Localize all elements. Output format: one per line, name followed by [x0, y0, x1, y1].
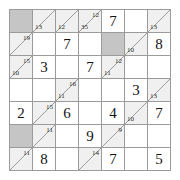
cell-r5c1-digit[interactable]: 2 [10, 102, 32, 124]
cell-r4c2-empty[interactable] [33, 79, 55, 101]
cell-r3c2-digit[interactable]: 3 [33, 56, 55, 78]
down-clue-number: 13 [150, 92, 157, 100]
down-clue-number: 13 [150, 23, 157, 31]
cell-r4c3-clue: 1611 [56, 79, 78, 101]
cell-r2c6-clue: 10 [125, 33, 147, 55]
across-clue-number: 9 [119, 126, 123, 134]
cell-digit: 5 [148, 148, 170, 170]
cell-r1c6-empty[interactable] [125, 10, 147, 32]
cell-r1c3-clue: 12 [56, 10, 78, 32]
cell-r6c1-block [10, 125, 32, 147]
across-clue-number: 11 [46, 126, 53, 134]
cell-r7c1-clue: 11 [10, 148, 32, 170]
cell-r3c1-clue: 1510 [10, 56, 32, 78]
down-clue-number: 10 [127, 115, 134, 123]
cell-r3c7-empty[interactable] [148, 56, 170, 78]
cell-digit: 9 [79, 125, 101, 147]
cell-r1c4-clue: 1235 [79, 10, 101, 32]
cell-r7c7-digit[interactable]: 5 [148, 148, 170, 170]
cell-r5c5-digit[interactable]: 4 [102, 102, 124, 124]
cell-digit: 3 [125, 79, 147, 101]
down-clue-number: 35 [81, 23, 88, 31]
cell-r6c5-clue: 9 [102, 125, 124, 147]
cell-r2c5-block [102, 33, 124, 55]
cell-r2c4-empty[interactable] [79, 33, 101, 55]
down-clue-number: 10 [127, 46, 134, 54]
cell-r1c1-block [10, 10, 32, 32]
cell-r4c1-empty[interactable] [10, 79, 32, 101]
cell-r2c7-digit[interactable]: 8 [148, 33, 170, 55]
cell-r5c4-empty[interactable] [79, 102, 101, 124]
cell-r4c7-clue: 13 [148, 79, 170, 101]
across-clue-number: 12 [92, 11, 99, 19]
cell-digit: 7 [148, 102, 170, 124]
cell-digit: 8 [33, 148, 55, 170]
cell-r7c6-empty[interactable] [125, 148, 147, 170]
across-clue-number: 19 [23, 34, 30, 42]
cell-r4c4-empty[interactable] [79, 79, 101, 101]
down-clue-number: 11 [104, 69, 111, 77]
cell-r1c2-clue: 13 [33, 10, 55, 32]
cell-r2c3-digit[interactable]: 7 [56, 33, 78, 55]
across-clue-number: 14 [92, 149, 99, 157]
cell-digit: 2 [10, 102, 32, 124]
down-clue-number: 12 [58, 23, 65, 31]
cell-r1c7-clue: 13 [148, 10, 170, 32]
across-clue-number: 15 [23, 57, 30, 65]
cell-r5c3-digit[interactable]: 6 [56, 102, 78, 124]
cell-digit: 7 [102, 10, 124, 32]
down-clue-number: 11 [58, 92, 65, 100]
cell-r3c6-empty[interactable] [125, 56, 147, 78]
cell-r1c5-digit[interactable]: 7 [102, 10, 124, 32]
cell-r4c6-digit[interactable]: 3 [125, 79, 147, 101]
cell-r5c7-digit[interactable]: 7 [148, 102, 170, 124]
down-clue-number: 10 [12, 69, 19, 77]
kakuro-board: 1312123571319710815103712111611313215641… [9, 9, 171, 171]
cell-r6c7-empty[interactable] [148, 125, 170, 147]
cell-r6c6-empty[interactable] [125, 125, 147, 147]
cell-r4c5-empty[interactable] [102, 79, 124, 101]
cell-digit: 8 [148, 33, 170, 55]
cell-digit: 7 [56, 33, 78, 55]
cell-r7c3-empty[interactable] [56, 148, 78, 170]
cell-r5c2-clue: 15 [33, 102, 55, 124]
cell-r7c5-digit[interactable]: 7 [102, 148, 124, 170]
cell-r3c4-digit[interactable]: 7 [79, 56, 101, 78]
cell-digit: 7 [102, 148, 124, 170]
cell-r3c3-empty[interactable] [56, 56, 78, 78]
across-clue-number: 11 [23, 149, 30, 157]
cell-r2c1-clue: 19 [10, 33, 32, 55]
cell-digit: 6 [56, 102, 78, 124]
across-clue-number: 16 [69, 80, 76, 88]
cell-digit: 3 [33, 56, 55, 78]
down-clue-number: 13 [35, 23, 42, 31]
cell-r6c3-empty[interactable] [56, 125, 78, 147]
cell-digit: 7 [79, 56, 101, 78]
cell-r7c2-digit[interactable]: 8 [33, 148, 55, 170]
cell-r6c4-digit[interactable]: 9 [79, 125, 101, 147]
cell-r2c2-empty[interactable] [33, 33, 55, 55]
cell-r7c4-clue: 14 [79, 148, 101, 170]
cell-r3c5-clue: 1211 [102, 56, 124, 78]
across-clue-number: 12 [115, 57, 122, 65]
cell-digit: 4 [102, 102, 124, 124]
cell-r6c2-clue: 11 [33, 125, 55, 147]
cell-r5c6-clue: 10 [125, 102, 147, 124]
across-clue-number: 15 [46, 103, 53, 111]
